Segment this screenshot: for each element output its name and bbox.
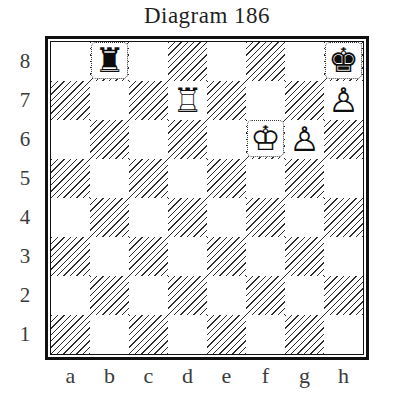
file-label-g: g bbox=[285, 361, 324, 391]
square-b1[interactable] bbox=[90, 315, 129, 354]
square-e2[interactable] bbox=[207, 276, 246, 315]
square-a6[interactable] bbox=[51, 120, 90, 159]
square-d8[interactable] bbox=[168, 42, 207, 81]
square-g8[interactable] bbox=[285, 42, 324, 81]
square-e7[interactable] bbox=[207, 81, 246, 120]
square-e5[interactable] bbox=[207, 159, 246, 198]
piece-white-king-f6[interactable]: ♔ bbox=[247, 120, 283, 157]
square-b5[interactable] bbox=[90, 159, 129, 198]
square-h3[interactable] bbox=[324, 237, 363, 276]
square-g1[interactable] bbox=[285, 315, 324, 354]
square-c3[interactable] bbox=[129, 237, 168, 276]
square-e4[interactable] bbox=[207, 198, 246, 237]
board-grid: ♜♚♖♙♔♙ bbox=[51, 42, 363, 354]
square-c5[interactable] bbox=[129, 159, 168, 198]
square-g5[interactable] bbox=[285, 159, 324, 198]
file-label-a: a bbox=[51, 361, 90, 391]
rank-label-4: 4 bbox=[12, 198, 38, 237]
diagram-title: Diagram 186 bbox=[45, 3, 369, 29]
square-f4[interactable] bbox=[246, 198, 285, 237]
square-e6[interactable] bbox=[207, 120, 246, 159]
square-h5[interactable] bbox=[324, 159, 363, 198]
piece-white-pawn-h7[interactable]: ♙ bbox=[328, 83, 358, 117]
square-d6[interactable] bbox=[168, 120, 207, 159]
rank-label-7: 7 bbox=[12, 81, 38, 120]
square-e1[interactable] bbox=[207, 315, 246, 354]
square-c4[interactable] bbox=[129, 198, 168, 237]
square-h6[interactable] bbox=[324, 120, 363, 159]
file-label-f: f bbox=[246, 361, 285, 391]
square-b8[interactable]: ♜ bbox=[90, 42, 129, 81]
square-e8[interactable] bbox=[207, 42, 246, 81]
square-f6[interactable]: ♔ bbox=[246, 120, 285, 159]
square-f2[interactable] bbox=[246, 276, 285, 315]
square-g3[interactable] bbox=[285, 237, 324, 276]
board-frame-inner: ♜♚♖♙♔♙ bbox=[50, 41, 364, 355]
square-f1[interactable] bbox=[246, 315, 285, 354]
square-a3[interactable] bbox=[51, 237, 90, 276]
piece-white-pawn-g6[interactable]: ♙ bbox=[289, 122, 319, 156]
square-d3[interactable] bbox=[168, 237, 207, 276]
chess-board: ♜♚♖♙♔♙ bbox=[45, 36, 369, 360]
square-b3[interactable] bbox=[90, 237, 129, 276]
square-c7[interactable] bbox=[129, 81, 168, 120]
square-h8[interactable]: ♚ bbox=[324, 42, 363, 81]
file-label-d: d bbox=[168, 361, 207, 391]
square-h4[interactable] bbox=[324, 198, 363, 237]
square-f8[interactable] bbox=[246, 42, 285, 81]
square-h7[interactable]: ♙ bbox=[324, 81, 363, 120]
square-f7[interactable] bbox=[246, 81, 285, 120]
square-d1[interactable] bbox=[168, 315, 207, 354]
rank-label-5: 5 bbox=[12, 159, 38, 198]
square-g4[interactable] bbox=[285, 198, 324, 237]
rank-label-2: 2 bbox=[12, 276, 38, 315]
rank-label-8: 8 bbox=[12, 42, 38, 81]
square-d7[interactable]: ♖ bbox=[168, 81, 207, 120]
square-b2[interactable] bbox=[90, 276, 129, 315]
square-a1[interactable] bbox=[51, 315, 90, 354]
square-g7[interactable] bbox=[285, 81, 324, 120]
square-d4[interactable] bbox=[168, 198, 207, 237]
square-a7[interactable] bbox=[51, 81, 90, 120]
square-b6[interactable] bbox=[90, 120, 129, 159]
square-a5[interactable] bbox=[51, 159, 90, 198]
rank-label-1: 1 bbox=[12, 315, 38, 354]
square-a4[interactable] bbox=[51, 198, 90, 237]
file-labels: abcdefgh bbox=[51, 361, 363, 391]
file-label-b: b bbox=[90, 361, 129, 391]
file-label-e: e bbox=[207, 361, 246, 391]
square-b4[interactable] bbox=[90, 198, 129, 237]
rank-label-6: 6 bbox=[12, 120, 38, 159]
square-c1[interactable] bbox=[129, 315, 168, 354]
rank-label-3: 3 bbox=[12, 237, 38, 276]
square-f5[interactable] bbox=[246, 159, 285, 198]
square-d2[interactable] bbox=[168, 276, 207, 315]
square-c2[interactable] bbox=[129, 276, 168, 315]
square-f3[interactable] bbox=[246, 237, 285, 276]
piece-black-king-h8[interactable]: ♚ bbox=[325, 42, 361, 79]
square-a2[interactable] bbox=[51, 276, 90, 315]
square-b7[interactable] bbox=[90, 81, 129, 120]
file-label-c: c bbox=[129, 361, 168, 391]
square-e3[interactable] bbox=[207, 237, 246, 276]
square-c6[interactable] bbox=[129, 120, 168, 159]
square-g6[interactable]: ♙ bbox=[285, 120, 324, 159]
piece-black-rook-b8[interactable]: ♜ bbox=[91, 42, 127, 79]
piece-white-rook-d7[interactable]: ♖ bbox=[172, 83, 202, 117]
square-d5[interactable] bbox=[168, 159, 207, 198]
square-c8[interactable] bbox=[129, 42, 168, 81]
square-a8[interactable] bbox=[51, 42, 90, 81]
square-g2[interactable] bbox=[285, 276, 324, 315]
square-h2[interactable] bbox=[324, 276, 363, 315]
square-h1[interactable] bbox=[324, 315, 363, 354]
file-label-h: h bbox=[324, 361, 363, 391]
rank-labels: 87654321 bbox=[12, 42, 38, 354]
